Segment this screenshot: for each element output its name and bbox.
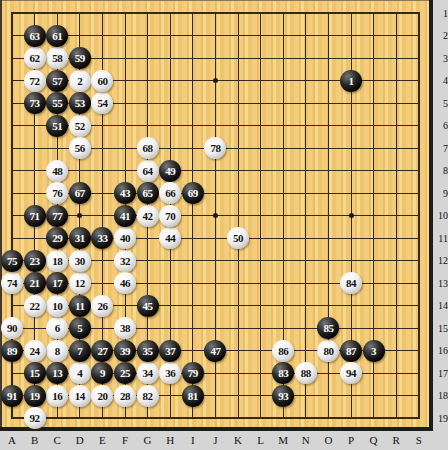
stone-90-A15: 90 (1, 317, 23, 339)
stone-38-F15: 38 (114, 317, 136, 339)
col-label-C: C (49, 433, 65, 448)
stone-44-H11: 44 (159, 227, 181, 249)
stone-3-Q16: 3 (363, 340, 385, 362)
stone-24-B16: 24 (24, 340, 46, 362)
stone-23-B12: 23 (24, 250, 46, 272)
stone-27-E16: 27 (91, 340, 113, 362)
stone-72-B4: 72 (24, 70, 46, 92)
stone-70-H10: 70 (159, 205, 181, 227)
stone-37-H16: 37 (159, 340, 181, 362)
stone-6-C15: 6 (46, 317, 68, 339)
row-label-16: 16 (432, 344, 448, 357)
row-label-8: 8 (432, 164, 448, 177)
stone-55-C5: 55 (46, 92, 68, 114)
col-label-A: A (4, 433, 20, 448)
stone-51-C6: 51 (46, 115, 68, 137)
stone-43-F9: 43 (114, 182, 136, 204)
stone-19-B18: 19 (24, 385, 46, 407)
row-label-11: 11 (432, 232, 448, 245)
col-label-H: H (162, 433, 178, 448)
stone-40-F11: 40 (114, 227, 136, 249)
stone-34-G17: 34 (137, 362, 159, 384)
stone-7-D16: 7 (69, 340, 91, 362)
stone-52-D6: 52 (69, 115, 91, 137)
col-label-N: N (298, 433, 314, 448)
row-label-13: 13 (432, 277, 448, 290)
stone-71-B10: 71 (24, 205, 46, 227)
row-label-12: 12 (432, 254, 448, 267)
stone-79-I17: 79 (182, 362, 204, 384)
stone-86-M16: 86 (272, 340, 294, 362)
row-label-14: 14 (432, 299, 448, 312)
row-label-10: 10 (432, 209, 448, 222)
stone-94-P17: 94 (340, 362, 362, 384)
row-label-4: 4 (432, 74, 448, 87)
col-label-M: M (275, 433, 291, 448)
stone-63-B2: 63 (24, 25, 46, 47)
stone-93-M18: 93 (272, 385, 294, 407)
col-label-P: P (343, 433, 359, 448)
stone-45-G14: 45 (137, 295, 159, 317)
go-board[interactable]: 1234567891011121314151617181920212223242… (0, 0, 433, 430)
col-label-S: S (411, 433, 427, 448)
col-label-F: F (117, 433, 133, 448)
col-label-Q: Q (366, 433, 382, 448)
stone-82-G18: 82 (137, 385, 159, 407)
stone-10-C14: 10 (46, 295, 68, 317)
stone-59-D3: 59 (69, 47, 91, 69)
row-label-9: 9 (432, 187, 448, 200)
stone-62-B3: 62 (24, 47, 46, 69)
col-label-B: B (27, 433, 43, 448)
stone-17-C13: 17 (46, 272, 68, 294)
stone-75-A12: 75 (1, 250, 23, 272)
col-label-I: I (185, 433, 201, 448)
stone-42-G10: 42 (137, 205, 159, 227)
stone-84-P13: 84 (340, 272, 362, 294)
stone-85-O15: 85 (317, 317, 339, 339)
star-point-J4 (213, 78, 218, 83)
stone-76-C9: 76 (46, 182, 68, 204)
stone-20-E18: 20 (91, 385, 113, 407)
col-label-E: E (94, 433, 110, 448)
stone-32-F12: 32 (114, 250, 136, 272)
stone-47-J16: 47 (204, 340, 226, 362)
grid-vline (418, 12, 420, 419)
col-label-O: O (320, 433, 336, 448)
stone-8-C16: 8 (46, 340, 68, 362)
stone-13-C17: 13 (46, 362, 68, 384)
row-label-3: 3 (432, 52, 448, 65)
col-label-D: D (72, 433, 88, 448)
row-label-7: 7 (432, 142, 448, 155)
stone-88-N17: 88 (295, 362, 317, 384)
stone-81-I18: 81 (182, 385, 204, 407)
stone-31-D11: 31 (69, 227, 91, 249)
stone-87-P16: 87 (340, 340, 362, 362)
stone-57-C4: 57 (46, 70, 68, 92)
row-label-19: 19 (432, 412, 448, 425)
stone-14-D18: 14 (69, 385, 91, 407)
row-label-2: 2 (432, 29, 448, 42)
stone-68-G7: 68 (137, 137, 159, 159)
stone-80-O16: 80 (317, 340, 339, 362)
stone-46-F13: 46 (114, 272, 136, 294)
stone-58-C3: 58 (46, 47, 68, 69)
star-point-P10 (349, 213, 354, 218)
stone-49-H8: 49 (159, 160, 181, 182)
stone-29-C11: 29 (46, 227, 68, 249)
stone-48-C8: 48 (46, 160, 68, 182)
stone-26-E14: 26 (91, 295, 113, 317)
stone-22-B14: 22 (24, 295, 46, 317)
stone-83-M17: 83 (272, 362, 294, 384)
col-label-L: L (253, 433, 269, 448)
stone-67-D9: 67 (69, 182, 91, 204)
stone-78-J7: 78 (204, 137, 226, 159)
row-label-strip (433, 0, 448, 450)
grid-vline (305, 12, 306, 419)
stone-39-F16: 39 (114, 340, 136, 362)
stone-2-D4: 2 (69, 70, 91, 92)
col-label-G: G (140, 433, 156, 448)
grid-vline (396, 12, 397, 419)
grid-vline (260, 12, 261, 419)
stone-77-C10: 77 (46, 205, 68, 227)
row-label-15: 15 (432, 322, 448, 335)
stone-66-H9: 66 (159, 182, 181, 204)
stone-65-G9: 65 (137, 182, 159, 204)
grid-vline (238, 12, 239, 419)
stone-60-E4: 60 (91, 70, 113, 92)
row-label-6: 6 (432, 119, 448, 132)
stone-9-E17: 9 (91, 362, 113, 384)
col-label-R: R (388, 433, 404, 448)
stone-25-F17: 25 (114, 362, 136, 384)
stone-69-I9: 69 (182, 182, 204, 204)
stone-28-F18: 28 (114, 385, 136, 407)
stone-30-D12: 30 (69, 250, 91, 272)
stone-73-B5: 73 (24, 92, 46, 114)
stone-92-B19: 92 (24, 407, 46, 429)
stone-12-D13: 12 (69, 272, 91, 294)
stone-61-C2: 61 (46, 25, 68, 47)
stone-54-E5: 54 (91, 92, 113, 114)
stone-18-C12: 18 (46, 250, 68, 272)
stone-16-C18: 16 (46, 385, 68, 407)
stone-56-D7: 56 (69, 137, 91, 159)
col-label-J: J (207, 433, 223, 448)
star-point-J10 (213, 213, 218, 218)
stone-50-K11: 50 (227, 227, 249, 249)
stone-64-G8: 64 (137, 160, 159, 182)
row-label-18: 18 (432, 389, 448, 402)
row-label-5: 5 (432, 97, 448, 110)
stone-41-F10: 41 (114, 205, 136, 227)
stone-91-A18: 91 (1, 385, 23, 407)
go-kifu-diagram: 1234567891011121314151617181920212223242… (0, 0, 448, 450)
col-label-K: K (230, 433, 246, 448)
row-label-17: 17 (432, 367, 448, 380)
stone-15-B17: 15 (24, 362, 46, 384)
stone-74-A13: 74 (1, 272, 23, 294)
grid-hline (11, 417, 420, 419)
stone-1-P4: 1 (340, 70, 362, 92)
stone-11-D14: 11 (69, 295, 91, 317)
stone-4-D17: 4 (69, 362, 91, 384)
row-label-1: 1 (432, 7, 448, 20)
stone-36-H17: 36 (159, 362, 181, 384)
stone-33-E11: 33 (91, 227, 113, 249)
stone-89-A16: 89 (1, 340, 23, 362)
stone-5-D15: 5 (69, 317, 91, 339)
stone-53-D5: 53 (69, 92, 91, 114)
stone-21-B13: 21 (24, 272, 46, 294)
star-point-D10 (77, 213, 82, 218)
stone-35-G16: 35 (137, 340, 159, 362)
